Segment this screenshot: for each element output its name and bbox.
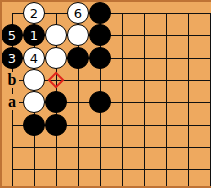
move-number: 1 bbox=[30, 29, 38, 42]
white-stone bbox=[67, 24, 89, 46]
grid-line-horizontal bbox=[12, 169, 211, 170]
white-stone bbox=[45, 47, 67, 69]
board-border-left bbox=[0, 0, 2, 188]
move-number: 6 bbox=[74, 7, 82, 20]
black-stone bbox=[89, 2, 111, 24]
move-number: 5 bbox=[8, 29, 16, 42]
grid-line-vertical bbox=[122, 13, 123, 188]
white-stone: 4 bbox=[23, 47, 45, 69]
white-stone bbox=[45, 24, 67, 46]
black-stone bbox=[45, 114, 67, 136]
black-stone: 5 bbox=[1, 24, 23, 46]
white-stone bbox=[23, 91, 45, 113]
black-stone bbox=[89, 91, 111, 113]
grid-line-vertical bbox=[210, 13, 211, 188]
go-board: 265134ba bbox=[0, 0, 211, 188]
black-stone bbox=[67, 47, 89, 69]
grid-line-vertical bbox=[166, 13, 167, 188]
red-diamond-marker bbox=[48, 72, 65, 89]
move-number: 2 bbox=[30, 7, 38, 20]
black-stone bbox=[89, 47, 111, 69]
black-stone bbox=[89, 24, 111, 46]
board-border-bottom bbox=[0, 186, 211, 188]
black-stone bbox=[23, 114, 45, 136]
black-stone bbox=[45, 91, 67, 113]
white-stone: 2 bbox=[23, 2, 45, 24]
grid-line-horizontal bbox=[12, 147, 211, 148]
black-stone: 1 bbox=[23, 24, 45, 46]
move-number: 3 bbox=[8, 52, 16, 65]
grid-line-vertical bbox=[144, 13, 145, 188]
board-border-top bbox=[0, 0, 211, 2]
point-label-b: b bbox=[5, 72, 19, 88]
white-stone: 6 bbox=[67, 2, 89, 24]
black-stone: 3 bbox=[1, 47, 23, 69]
point-label-a: a bbox=[5, 94, 19, 110]
grid-line-vertical bbox=[188, 13, 189, 188]
move-number: 4 bbox=[30, 52, 38, 65]
white-stone bbox=[23, 69, 45, 91]
